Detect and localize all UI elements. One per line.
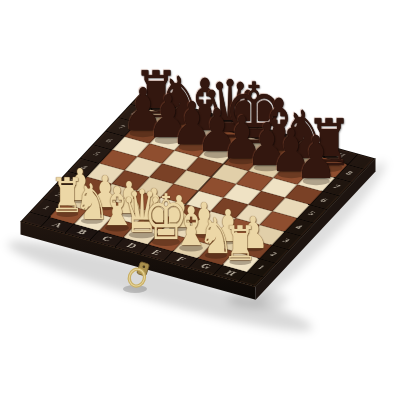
frame-separator (68, 171, 87, 177)
frame-separator (174, 106, 184, 116)
frame-separator (139, 244, 149, 254)
frame-separator (298, 140, 308, 150)
frame-separator (245, 271, 264, 277)
frame-separator (333, 177, 352, 183)
chess-set-photo: AABBCCDDEEFFGGHH1122334455667788 ♜♞♝♛♚♝♞… (0, 0, 400, 400)
frame-separator (321, 191, 340, 197)
frame-separator (164, 250, 174, 260)
frame-separator (149, 99, 159, 109)
frame-separator (295, 217, 314, 223)
frame-separator (347, 154, 357, 164)
frame-separator (30, 212, 49, 218)
frame-separator (346, 164, 365, 170)
frame-separator (248, 127, 258, 137)
frame-separator (40, 216, 50, 226)
frame-separator (114, 237, 124, 247)
frame-separator (90, 230, 100, 240)
frame-separator (43, 198, 62, 204)
frame-separator (323, 147, 333, 157)
frame-separator (188, 257, 198, 267)
frame-separator (118, 117, 137, 123)
frame-separator (65, 223, 75, 233)
frame-separator (258, 258, 277, 264)
frame-separator (106, 131, 125, 137)
frame-separator (270, 244, 289, 250)
frame-separator (81, 158, 100, 164)
frame-separator (273, 133, 283, 143)
frame-separator (224, 120, 234, 130)
frame-separator (93, 144, 112, 150)
frame-separator (213, 264, 223, 274)
frame-separator (308, 204, 327, 210)
frame-separator (283, 231, 302, 237)
frame-separator (199, 113, 209, 123)
frame-separator (55, 185, 74, 191)
frame-separator (131, 104, 150, 110)
